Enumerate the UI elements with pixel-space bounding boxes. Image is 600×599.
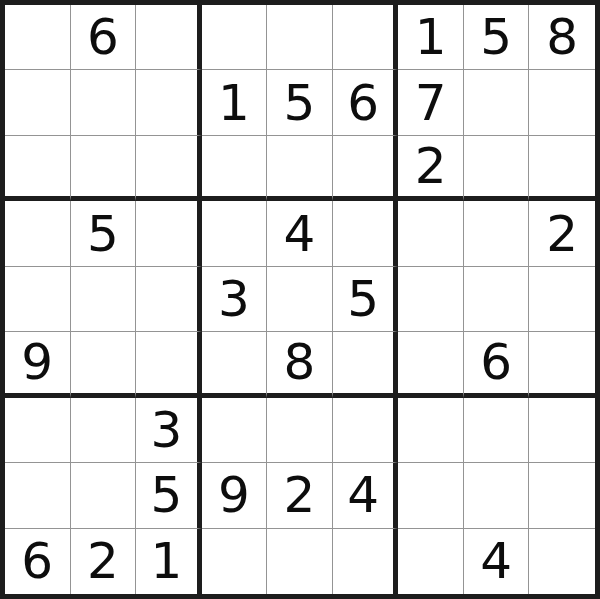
cell-r8c6[interactable]: 4 bbox=[333, 463, 399, 528]
cell-r4c1[interactable] bbox=[5, 201, 71, 266]
cell-r1c6[interactable] bbox=[333, 5, 399, 70]
cell-r6c9[interactable] bbox=[529, 332, 595, 397]
cell-r5c3[interactable] bbox=[136, 267, 202, 332]
cell-r5c4[interactable]: 3 bbox=[202, 267, 268, 332]
cell-r2c3[interactable] bbox=[136, 70, 202, 135]
cell-r7c3[interactable]: 3 bbox=[136, 398, 202, 463]
cell-r5c1[interactable] bbox=[5, 267, 71, 332]
cell-r6c3[interactable] bbox=[136, 332, 202, 397]
cell-r9c5[interactable] bbox=[267, 529, 333, 594]
cell-r8c2[interactable] bbox=[71, 463, 137, 528]
cell-r2c8[interactable] bbox=[464, 70, 530, 135]
cell-r1c9[interactable]: 8 bbox=[529, 5, 595, 70]
cell-r3c8[interactable] bbox=[464, 136, 530, 201]
cell-r1c1[interactable] bbox=[5, 5, 71, 70]
cell-r2c7[interactable]: 7 bbox=[398, 70, 464, 135]
cell-r5c2[interactable] bbox=[71, 267, 137, 332]
cell-r2c2[interactable] bbox=[71, 70, 137, 135]
cell-r8c3[interactable]: 5 bbox=[136, 463, 202, 528]
cell-r4c2[interactable]: 5 bbox=[71, 201, 137, 266]
cell-r3c5[interactable] bbox=[267, 136, 333, 201]
cell-r1c7[interactable]: 1 bbox=[398, 5, 464, 70]
cell-r7c7[interactable] bbox=[398, 398, 464, 463]
cell-r9c8[interactable]: 4 bbox=[464, 529, 530, 594]
cell-r2c1[interactable] bbox=[5, 70, 71, 135]
cell-r4c4[interactable] bbox=[202, 201, 268, 266]
cell-r7c9[interactable] bbox=[529, 398, 595, 463]
cell-r2c9[interactable] bbox=[529, 70, 595, 135]
cell-r7c6[interactable] bbox=[333, 398, 399, 463]
cell-r4c8[interactable] bbox=[464, 201, 530, 266]
cell-r5c6[interactable]: 5 bbox=[333, 267, 399, 332]
cell-r8c8[interactable] bbox=[464, 463, 530, 528]
cell-r7c8[interactable] bbox=[464, 398, 530, 463]
cell-r6c7[interactable] bbox=[398, 332, 464, 397]
cell-r9c2[interactable]: 2 bbox=[71, 529, 137, 594]
cell-r1c2[interactable]: 6 bbox=[71, 5, 137, 70]
cell-r1c4[interactable] bbox=[202, 5, 268, 70]
cell-r8c9[interactable] bbox=[529, 463, 595, 528]
cell-r5c5[interactable] bbox=[267, 267, 333, 332]
cell-r7c5[interactable] bbox=[267, 398, 333, 463]
cell-r9c7[interactable] bbox=[398, 529, 464, 594]
cell-r3c1[interactable] bbox=[5, 136, 71, 201]
cell-r4c6[interactable] bbox=[333, 201, 399, 266]
cell-r9c1[interactable]: 6 bbox=[5, 529, 71, 594]
cell-r6c1[interactable]: 9 bbox=[5, 332, 71, 397]
cell-r3c2[interactable] bbox=[71, 136, 137, 201]
cell-r6c6[interactable] bbox=[333, 332, 399, 397]
cell-r7c4[interactable] bbox=[202, 398, 268, 463]
cell-r2c4[interactable]: 1 bbox=[202, 70, 268, 135]
cell-r4c7[interactable] bbox=[398, 201, 464, 266]
cell-r3c7[interactable]: 2 bbox=[398, 136, 464, 201]
cell-r9c9[interactable] bbox=[529, 529, 595, 594]
sudoku-board: 61581567254235986359246214 bbox=[0, 0, 600, 599]
cell-r7c1[interactable] bbox=[5, 398, 71, 463]
cell-r5c7[interactable] bbox=[398, 267, 464, 332]
cell-r1c3[interactable] bbox=[136, 5, 202, 70]
cell-r3c9[interactable] bbox=[529, 136, 595, 201]
cell-r6c5[interactable]: 8 bbox=[267, 332, 333, 397]
cell-r8c4[interactable]: 9 bbox=[202, 463, 268, 528]
cell-r9c6[interactable] bbox=[333, 529, 399, 594]
cell-r3c3[interactable] bbox=[136, 136, 202, 201]
cell-r5c9[interactable] bbox=[529, 267, 595, 332]
cell-r8c5[interactable]: 2 bbox=[267, 463, 333, 528]
cell-r4c5[interactable]: 4 bbox=[267, 201, 333, 266]
cell-r3c6[interactable] bbox=[333, 136, 399, 201]
cell-r3c4[interactable] bbox=[202, 136, 268, 201]
cell-r8c1[interactable] bbox=[5, 463, 71, 528]
cell-r9c3[interactable]: 1 bbox=[136, 529, 202, 594]
cell-r7c2[interactable] bbox=[71, 398, 137, 463]
cell-r9c4[interactable] bbox=[202, 529, 268, 594]
cell-r4c3[interactable] bbox=[136, 201, 202, 266]
cell-r4c9[interactable]: 2 bbox=[529, 201, 595, 266]
cell-r6c2[interactable] bbox=[71, 332, 137, 397]
cell-r6c4[interactable] bbox=[202, 332, 268, 397]
cell-r2c5[interactable]: 5 bbox=[267, 70, 333, 135]
cell-r8c7[interactable] bbox=[398, 463, 464, 528]
cell-r1c8[interactable]: 5 bbox=[464, 5, 530, 70]
cell-r6c8[interactable]: 6 bbox=[464, 332, 530, 397]
cell-r1c5[interactable] bbox=[267, 5, 333, 70]
cell-r2c6[interactable]: 6 bbox=[333, 70, 399, 135]
cell-r5c8[interactable] bbox=[464, 267, 530, 332]
